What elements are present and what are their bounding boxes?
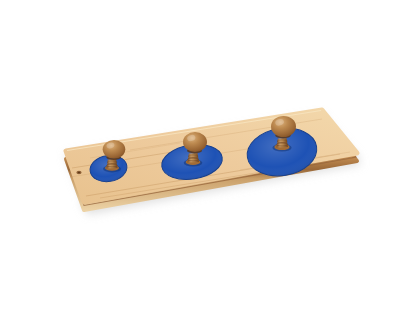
puzzle-photo-svg xyxy=(0,0,416,312)
knob-cap xyxy=(183,132,207,152)
product-photo xyxy=(0,0,416,312)
wood-knot xyxy=(76,171,81,174)
knob-cap xyxy=(271,116,296,137)
knob-cap xyxy=(103,140,126,159)
